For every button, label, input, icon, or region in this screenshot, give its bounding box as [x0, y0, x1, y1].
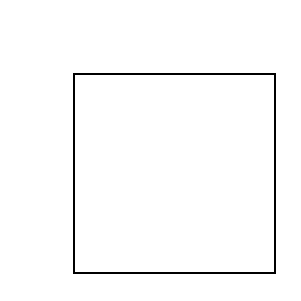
top-clues	[73, 0, 276, 72]
left-clues	[0, 73, 72, 274]
puzzle-board	[0, 0, 301, 301]
puzzle-grid	[73, 73, 276, 274]
